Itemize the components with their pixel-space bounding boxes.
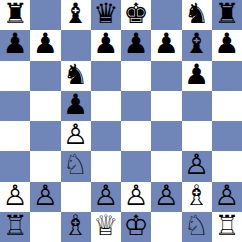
black-pawn-piece: ♟ — [93, 30, 118, 59]
square-h4[interactable] — [212, 121, 242, 151]
square-g1[interactable]: ♘ — [182, 212, 212, 242]
white-knight-piece: ♘ — [184, 212, 209, 241]
square-a8[interactable]: ♜ — [0, 0, 30, 30]
square-a5[interactable] — [0, 91, 30, 121]
square-c6[interactable]: ♞ — [61, 61, 91, 91]
black-pawn-piece: ♟ — [184, 61, 209, 90]
square-b5[interactable] — [30, 91, 60, 121]
square-c1[interactable]: ♗ — [61, 212, 91, 242]
white-rook-piece: ♖ — [3, 212, 28, 241]
white-bishop-piece: ♗ — [63, 212, 88, 241]
black-pawn-piece: ♟ — [3, 30, 28, 59]
black-bishop-piece: ♝ — [63, 0, 88, 29]
square-f3[interactable] — [151, 151, 181, 181]
square-a6[interactable] — [0, 61, 30, 91]
white-knight-piece: ♘ — [63, 151, 88, 180]
square-d7[interactable]: ♟ — [91, 30, 121, 60]
black-knight-piece: ♞ — [63, 61, 88, 90]
square-c5[interactable]: ♟ — [61, 91, 91, 121]
black-pawn-piece: ♟ — [33, 30, 58, 59]
black-pawn-piece: ♟ — [124, 30, 149, 59]
square-g2[interactable]: ♗ — [182, 182, 212, 212]
black-knight-piece: ♞ — [184, 0, 209, 29]
square-g7[interactable]: ♝ — [182, 30, 212, 60]
square-c3[interactable]: ♘ — [61, 151, 91, 181]
square-g5[interactable] — [182, 91, 212, 121]
square-b1[interactable] — [30, 212, 60, 242]
black-rook-piece: ♜ — [3, 0, 28, 29]
square-d3[interactable] — [91, 151, 121, 181]
square-e8[interactable]: ♚ — [121, 0, 151, 30]
square-h5[interactable] — [212, 91, 242, 121]
square-h8[interactable]: ♜ — [212, 0, 242, 30]
square-d8[interactable]: ♛ — [91, 0, 121, 30]
square-e5[interactable] — [121, 91, 151, 121]
white-pawn-piece: ♙ — [154, 182, 179, 211]
square-b3[interactable] — [30, 151, 60, 181]
square-a2[interactable]: ♙ — [0, 182, 30, 212]
square-c2[interactable] — [61, 182, 91, 212]
square-g4[interactable] — [182, 121, 212, 151]
square-f1[interactable] — [151, 212, 181, 242]
square-e2[interactable]: ♙ — [121, 182, 151, 212]
square-h1[interactable]: ♖ — [212, 212, 242, 242]
white-pawn-piece: ♙ — [33, 182, 58, 211]
black-rook-piece: ♜ — [214, 0, 239, 29]
white-pawn-piece: ♙ — [63, 121, 88, 150]
square-a1[interactable]: ♖ — [0, 212, 30, 242]
square-d2[interactable]: ♙ — [91, 182, 121, 212]
square-e3[interactable] — [121, 151, 151, 181]
square-b2[interactable]: ♙ — [30, 182, 60, 212]
square-e1[interactable]: ♔ — [121, 212, 151, 242]
square-f4[interactable] — [151, 121, 181, 151]
square-a4[interactable] — [0, 121, 30, 151]
white-king-piece: ♔ — [124, 212, 149, 241]
white-pawn-piece: ♙ — [3, 182, 28, 211]
white-pawn-piece: ♙ — [124, 182, 149, 211]
white-pawn-piece: ♙ — [93, 182, 118, 211]
square-h2[interactable]: ♙ — [212, 182, 242, 212]
square-g8[interactable]: ♞ — [182, 0, 212, 30]
white-pawn-piece: ♙ — [184, 151, 209, 180]
square-e6[interactable] — [121, 61, 151, 91]
white-rook-piece: ♖ — [214, 212, 239, 241]
square-c8[interactable]: ♝ — [61, 0, 91, 30]
square-c7[interactable] — [61, 30, 91, 60]
square-f7[interactable]: ♟ — [151, 30, 181, 60]
white-pawn-piece: ♙ — [214, 182, 239, 211]
square-f2[interactable]: ♙ — [151, 182, 181, 212]
square-a7[interactable]: ♟ — [0, 30, 30, 60]
square-g6[interactable]: ♟ — [182, 61, 212, 91]
square-a3[interactable] — [0, 151, 30, 181]
square-h6[interactable] — [212, 61, 242, 91]
square-e7[interactable]: ♟ — [121, 30, 151, 60]
square-b7[interactable]: ♟ — [30, 30, 60, 60]
black-pawn-piece: ♟ — [214, 30, 239, 59]
black-bishop-piece: ♝ — [184, 30, 209, 59]
black-pawn-piece: ♟ — [154, 30, 179, 59]
chess-board: ♜♝♛♚♞♜♟♟♟♟♟♝♟♞♟♟♙♘♙♙♙♙♙♙♗♙♖♗♕♔♘♖ — [0, 0, 242, 242]
square-b8[interactable] — [30, 0, 60, 30]
square-f5[interactable] — [151, 91, 181, 121]
square-b4[interactable] — [30, 121, 60, 151]
square-f6[interactable] — [151, 61, 181, 91]
square-h3[interactable] — [212, 151, 242, 181]
square-c4[interactable]: ♙ — [61, 121, 91, 151]
square-e4[interactable] — [121, 121, 151, 151]
white-bishop-piece: ♗ — [184, 182, 209, 211]
square-d5[interactable] — [91, 91, 121, 121]
white-queen-piece: ♕ — [93, 212, 118, 241]
black-pawn-piece: ♟ — [63, 91, 88, 120]
square-d6[interactable] — [91, 61, 121, 91]
black-king-piece: ♚ — [124, 0, 149, 29]
black-queen-piece: ♛ — [93, 0, 118, 29]
square-f8[interactable] — [151, 0, 181, 30]
square-d4[interactable] — [91, 121, 121, 151]
square-d1[interactable]: ♕ — [91, 212, 121, 242]
square-g3[interactable]: ♙ — [182, 151, 212, 181]
square-b6[interactable] — [30, 61, 60, 91]
square-h7[interactable]: ♟ — [212, 30, 242, 60]
